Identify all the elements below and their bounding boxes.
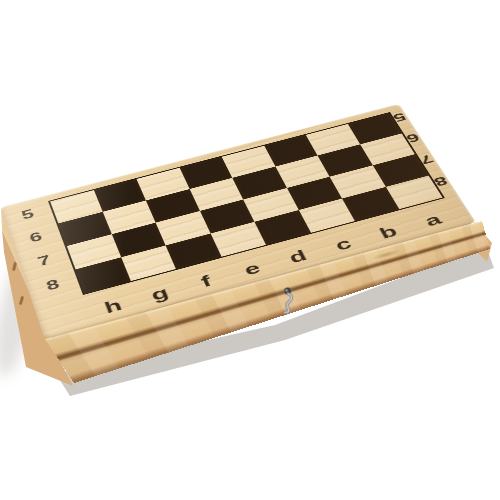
file-label-d: d: [277, 244, 318, 270]
file-label-g: g: [140, 281, 180, 308]
rank-label-left-5: 5: [9, 202, 46, 226]
file-label-b: b: [368, 220, 410, 245]
rank-label-left-7: 7: [25, 248, 63, 273]
file-label-f: f: [186, 268, 227, 294]
file-label-e: e: [232, 256, 273, 282]
rank-label-left-8: 8: [33, 272, 72, 298]
chess-box-photo: 56785678hgfedcba: [0, 0, 500, 500]
file-label-a: a: [412, 208, 454, 233]
file-label-c: c: [323, 232, 364, 258]
file-label-h: h: [93, 293, 133, 320]
rank-label-left-6: 6: [17, 225, 55, 250]
